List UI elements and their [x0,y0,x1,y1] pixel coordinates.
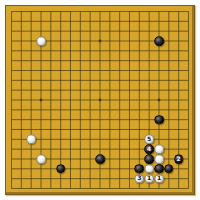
white-stone-Q5[interactable] [154,144,164,154]
go-board[interactable]: 542311 [5,5,195,195]
black-stone-K4[interactable] [95,154,105,164]
white-stone-P2[interactable]: 1 [154,174,164,184]
white-stone-O2[interactable]: 1 [144,174,154,184]
move-number-label: 1 [147,176,151,182]
black-stone-Q8[interactable] [154,115,164,125]
star-point [99,40,102,43]
white-stone-C6[interactable] [26,135,36,145]
move-number-label: 2 [177,156,181,162]
star-point [40,99,43,102]
white-stone-O6[interactable]: 5 [144,135,154,145]
move-number-label: 4 [147,146,151,152]
black-stone-S4[interactable]: 2 [174,154,184,164]
black-stone-Q16[interactable] [154,36,164,46]
star-point [158,99,161,102]
black-stone-F3[interactable] [56,164,66,174]
move-number-label: 3 [137,176,141,182]
black-stone-R3[interactable] [164,164,174,174]
black-stone-Q3[interactable] [154,164,164,174]
black-stone-N3[interactable] [135,164,145,174]
black-stone-O5[interactable]: 4 [144,144,154,154]
white-stone-Q4[interactable] [154,154,164,164]
star-point [99,99,102,102]
move-number-label: 1 [157,176,161,182]
white-stone-D16[interactable] [36,36,46,46]
white-stone-D4[interactable] [36,154,46,164]
white-stone-O3[interactable] [144,164,154,174]
black-stone-O4[interactable] [144,154,154,164]
move-number-label: 5 [147,136,151,142]
white-stone-N2[interactable]: 3 [135,174,145,184]
go-diagram: 542311 [0,0,200,200]
